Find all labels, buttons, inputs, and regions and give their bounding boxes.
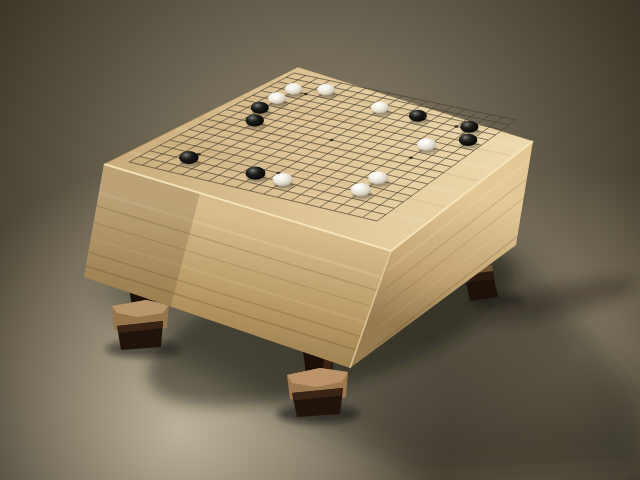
go-stone-black[interactable] — [459, 134, 478, 146]
go-stone-black[interactable] — [179, 151, 199, 164]
go-stone-white[interactable] — [371, 102, 389, 114]
go-stone-white[interactable] — [285, 83, 303, 95]
go-stone-white[interactable] — [273, 173, 293, 186]
rendered-goban-scene — [0, 0, 640, 480]
star-point — [409, 156, 413, 159]
go-stone-white[interactable] — [351, 183, 371, 196]
go-stone-black[interactable] — [251, 102, 269, 114]
star-point — [330, 139, 334, 142]
go-stone-black[interactable] — [409, 110, 427, 122]
go-stone-white[interactable] — [268, 92, 286, 104]
go-stone-white[interactable] — [317, 84, 335, 96]
go-stone-black[interactable] — [246, 167, 266, 180]
star-point — [454, 125, 458, 128]
go-stone-white[interactable] — [368, 171, 388, 184]
go-stone-black[interactable] — [460, 121, 478, 133]
star-point — [304, 93, 308, 95]
goban-render — [0, 0, 640, 480]
go-stone-black[interactable] — [245, 114, 264, 126]
go-stone-white[interactable] — [417, 138, 436, 150]
